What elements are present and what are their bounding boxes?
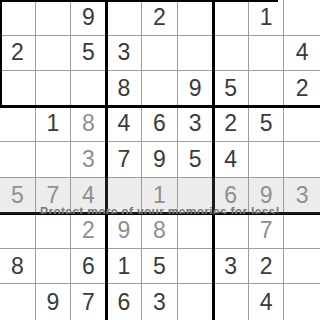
cell-r4c9[interactable] (284, 107, 320, 143)
cell-r2c1[interactable]: 2 (0, 36, 36, 72)
cell-r5c7[interactable]: 4 (213, 142, 249, 178)
cell-r1c8[interactable]: 1 (249, 0, 285, 36)
cell-r5c4[interactable]: 7 (107, 142, 143, 178)
cell-r9c6[interactable] (178, 284, 214, 320)
cell-r8c9[interactable] (284, 249, 320, 285)
cell-r5c8[interactable] (249, 142, 285, 178)
cell-r4c4[interactable]: 4 (107, 107, 143, 143)
cell-r1c5[interactable]: 2 (142, 0, 178, 36)
cell-r1c2[interactable] (36, 0, 72, 36)
cell-r5c3[interactable]: 3 (71, 142, 107, 178)
cell-r4c6[interactable]: 3 (178, 107, 214, 143)
box-divider-horizontal-1 (0, 105, 320, 108)
box-divider-vertical-2 (212, 0, 215, 320)
cell-r7c2[interactable] (36, 213, 72, 249)
cell-r2c8[interactable] (249, 36, 285, 72)
cell-r9c3[interactable]: 7 (71, 284, 107, 320)
cell-r9c4[interactable]: 6 (107, 284, 143, 320)
cell-r7c9[interactable] (284, 213, 320, 249)
watermark-banner: Protect more of your memories for less! (0, 178, 320, 214)
cell-r4c3[interactable]: 8 (71, 107, 107, 143)
box-divider-vertical-1 (105, 0, 108, 320)
cell-r3c1[interactable] (0, 71, 36, 107)
cell-r1c1[interactable] (0, 0, 36, 36)
cell-r1c3[interactable]: 9 (71, 0, 107, 36)
cell-r2c3[interactable]: 5 (71, 36, 107, 72)
sudoku-board: 9212534895218463253795457416932987861532… (0, 0, 320, 320)
board-border-left (0, 0, 2, 108)
cell-r7c3[interactable]: 2 (71, 213, 107, 249)
cell-r2c7[interactable] (213, 36, 249, 72)
cell-r5c9[interactable] (284, 142, 320, 178)
cell-r2c2[interactable] (36, 36, 72, 72)
cell-r7c1[interactable] (0, 213, 36, 249)
cell-r9c8[interactable]: 4 (249, 284, 285, 320)
cell-r4c5[interactable]: 6 (142, 107, 178, 143)
cell-r8c8[interactable]: 2 (249, 249, 285, 285)
cell-r3c7[interactable]: 5 (213, 71, 249, 107)
cell-r7c6[interactable] (178, 213, 214, 249)
cell-r2c9[interactable]: 4 (284, 36, 320, 72)
cell-r7c4[interactable]: 9 (107, 213, 143, 249)
cell-r7c7[interactable] (213, 213, 249, 249)
cell-r1c6[interactable] (178, 0, 214, 36)
cell-r4c8[interactable]: 5 (249, 107, 285, 143)
cell-r7c5[interactable]: 8 (142, 213, 178, 249)
cell-r8c2[interactable] (36, 249, 72, 285)
cell-r8c3[interactable]: 6 (71, 249, 107, 285)
cell-r5c5[interactable]: 9 (142, 142, 178, 178)
cell-r8c1[interactable]: 8 (0, 249, 36, 285)
cell-r3c8[interactable] (249, 71, 285, 107)
cell-r8c6[interactable] (178, 249, 214, 285)
cell-r7c8[interactable]: 7 (249, 213, 285, 249)
cell-r1c9[interactable] (284, 0, 320, 36)
cell-r8c5[interactable]: 5 (142, 249, 178, 285)
cell-r4c2[interactable]: 1 (36, 107, 72, 143)
cell-r1c7[interactable] (213, 0, 249, 36)
board-border-top (0, 0, 278, 2)
cell-r3c5[interactable] (142, 71, 178, 107)
cell-r1c4[interactable] (107, 0, 143, 36)
cell-r3c2[interactable] (36, 71, 72, 107)
cell-r4c1[interactable] (0, 107, 36, 143)
cell-r9c7[interactable] (213, 284, 249, 320)
watermark-text: Protect more of your memories for less! (0, 205, 320, 214)
cell-r2c5[interactable] (142, 36, 178, 72)
cell-r5c6[interactable]: 5 (178, 142, 214, 178)
cell-r3c6[interactable]: 9 (178, 71, 214, 107)
cell-r8c7[interactable]: 3 (213, 249, 249, 285)
cell-r9c9[interactable] (284, 284, 320, 320)
cell-r9c5[interactable]: 3 (142, 284, 178, 320)
cell-r5c2[interactable] (36, 142, 72, 178)
cell-r9c2[interactable]: 9 (36, 284, 72, 320)
cell-r3c3[interactable] (71, 71, 107, 107)
cell-r2c6[interactable] (178, 36, 214, 72)
cell-r3c4[interactable]: 8 (107, 71, 143, 107)
grid: 9212534895218463253795457416932987861532… (0, 0, 320, 320)
cell-r5c1[interactable] (0, 142, 36, 178)
cell-r8c4[interactable]: 1 (107, 249, 143, 285)
cell-r3c9[interactable]: 2 (284, 71, 320, 107)
cell-r2c4[interactable]: 3 (107, 36, 143, 72)
cell-r9c1[interactable] (0, 284, 36, 320)
cell-r4c7[interactable]: 2 (213, 107, 249, 143)
